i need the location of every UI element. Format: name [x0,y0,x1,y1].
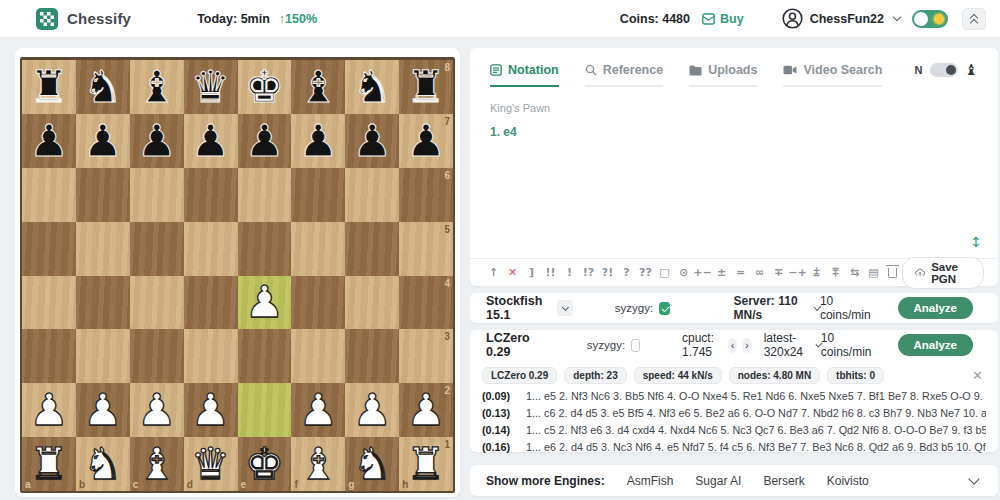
square-h5[interactable]: 5 [399,222,453,276]
square-f8[interactable]: ♝ [291,60,345,114]
square-f4[interactable] [291,276,345,330]
engine-berserk[interactable]: Berserk [763,474,804,488]
letter-notation-label: N [915,64,923,76]
square-g1[interactable]: ♞g [345,437,399,491]
square-g8[interactable]: ♞ [345,60,399,114]
expand-engines-chevron-icon[interactable] [968,473,979,484]
file-label: a [25,479,31,490]
square-a6[interactable] [22,168,76,222]
file-label: d [187,479,193,490]
black-pawn: ♟ [299,119,338,163]
page: Chessify Today: 5min ↑150% Coins: 4480 B… [0,0,1000,500]
square-f5[interactable] [291,222,345,276]
user-menu-chevron-icon[interactable] [893,13,901,21]
rank-label: 5 [444,224,450,235]
theme-toggle[interactable] [912,10,948,28]
line-moves: 1... e6 2. d4 d5 3. Nc3 Nf6 4. e5 Nfd7 5… [526,439,986,456]
file-label: c [133,479,139,490]
square-b4[interactable] [76,276,130,330]
chess-board: ♜♞♝♛♚♝♞♜8♟♟♟♟♟♟♟♟765♟43♟♟♟♟♟♟♟2♜a♞b♝c♛d♚… [20,57,455,493]
square-h8[interactable]: ♜8 [399,60,453,114]
engine-sugar-ai[interactable]: Sugar AI [695,474,741,488]
status-chip: speed: 44 kN/s [634,367,722,384]
square-c7[interactable]: ♟ [130,114,184,168]
square-d4[interactable] [184,276,238,330]
square-b8[interactable]: ♞ [76,60,130,114]
only-move-icon[interactable]: □ [655,259,674,287]
engine-lines: (0.09)1... e5 2. Nf3 Nc6 3. Bb5 Nf6 4. O… [470,387,998,460]
square-d1[interactable]: ♛d [184,437,238,491]
black-bishop: ♝ [137,65,176,109]
diagram-icon[interactable]: ▤ [864,259,883,287]
unclear-icon[interactable]: ∞ [750,259,769,287]
black-pawn: ♟ [191,119,230,163]
toggle-knob [914,12,928,26]
counterplay-icon[interactable]: ⇆ [845,259,864,287]
annotation-icons: ↑✕]!!!!??!???□⊙+−±=∞∓−+⩲⩱⇆▤ [484,259,902,287]
square-c5[interactable] [130,222,184,276]
server-speed-label: Server: 110 MN/s [734,294,808,322]
tab-label: Notation [508,63,559,77]
video-camera-icon [783,65,797,75]
white-queen: ♛ [191,442,230,486]
move-list[interactable]: 1. e4 [490,125,978,139]
bracket-icon[interactable]: ] [522,259,541,287]
notation-icon [490,64,502,76]
square-d3[interactable] [184,329,238,383]
black-knight: ♞ [83,65,122,109]
today-usage: Today: 5min [197,12,270,26]
square-a8[interactable]: ♜ [22,60,76,114]
toggle-knob [946,65,956,75]
square-h7[interactable]: ♟7 [399,114,453,168]
black-pawn: ♟ [29,119,68,163]
square-b7[interactable]: ♟ [76,114,130,168]
square-e5[interactable] [238,222,292,276]
square-b6[interactable] [76,168,130,222]
save-pgn-button[interactable]: Save PGN [902,257,984,289]
black-pawn: ♟ [352,119,391,163]
tab-bar: Notation Reference Uploads [470,48,998,87]
square-g6[interactable] [345,168,399,222]
engine-line[interactable]: (0.14)1... c5 2. Nf3 e6 3. d4 cxd4 4. Nx… [482,422,986,439]
square-g5[interactable] [345,222,399,276]
resize-panel-handle[interactable]: ↕ [970,234,982,250]
cloud-upload-icon [915,267,925,278]
engine-price: 10 coins/min [821,331,872,359]
cpuct-value: cpuct: 1.745 [682,331,723,359]
white-pawn: ♟ [352,388,391,432]
figurine-toggle-group: N ♝ [915,61,978,87]
mistake-icon[interactable]: ? [617,259,636,287]
top-bar: Chessify Today: 5min ↑150% Coins: 4480 B… [0,0,1000,38]
square-c3[interactable] [130,329,184,383]
square-h2[interactable]: ♟2 [399,383,453,437]
square-b1[interactable]: ♞b [76,437,130,491]
file-label: g [348,479,354,490]
white-pawn: ♟ [191,388,230,432]
syzygy-checkbox[interactable] [631,339,640,352]
syzygy-label: syzygy: [615,302,653,314]
save-pgn-label: Save PGN [931,261,971,285]
analyze-button[interactable]: Analyze [898,334,973,356]
square-f2[interactable]: ♟ [291,383,345,437]
black-bishop: ♝ [299,65,338,109]
white-rook: ♜ [406,442,445,486]
file-label: b [79,479,85,490]
square-f7[interactable]: ♟ [291,114,345,168]
white-bishop: ♝ [137,442,176,486]
syzygy-checkbox[interactable] [659,302,669,315]
rank-label: 7 [444,116,450,127]
black-better-icon[interactable]: ∓ [769,259,788,287]
line-moves: 1... c5 2. Nf3 e6 3. d4 cxd4 4. Nxd4 Nc6… [526,422,986,439]
white-knight: ♞ [83,442,122,486]
rank-label: 6 [444,170,450,181]
equal-icon[interactable]: = [731,259,750,287]
collapse-header-button[interactable] [962,8,986,30]
square-h6[interactable]: 6 [399,168,453,222]
square-e3[interactable] [238,329,292,383]
lczero-engine-row: LCZero 0.29 syzygy: cpuct: 1.745 ‹ › lat… [470,330,998,360]
engine-price: 10 coins/min [820,294,872,322]
square-a1[interactable]: ♜a [22,437,76,491]
line-moves: 1... e5 2. Nf3 Nc6 3. Bb5 Nf6 4. O-O Nxe… [526,388,986,405]
square-g7[interactable]: ♟ [345,114,399,168]
engine-line[interactable]: (0.13)1... c6 2. d4 d5 3. e5 Bf5 4. Nf3 … [482,405,986,422]
show-more-engines-label: Show more Engines: [486,474,605,488]
engine-status-row: LCZero 0.29depth: 23speed: 44 kN/snodes:… [470,360,998,387]
lczero-engine-panel: LCZero 0.29 syzygy: cpuct: 1.745 ‹ › lat… [470,330,998,452]
square-e8[interactable]: ♚ [238,60,292,114]
square-d7[interactable]: ♟ [184,114,238,168]
cpuct-increase-button[interactable]: › [742,338,751,353]
black-rook: ♜ [406,65,445,109]
figurine-piece-icon: ♝ [965,61,978,79]
square-e7[interactable]: ♟ [238,114,292,168]
square-g3[interactable] [345,329,399,383]
figurine-notation-toggle[interactable] [930,63,958,77]
engine-asmfish[interactable]: AsmFish [627,474,674,488]
black-pawn: ♟ [137,119,176,163]
status-chip: nodes: 4.80 MN [729,367,820,384]
engine-line[interactable]: (0.16)1... e6 2. d4 d5 3. Nc3 Nf6 4. e5 … [482,439,986,456]
close-output-icon[interactable]: ✕ [969,368,986,383]
white-rook: ♜ [29,442,68,486]
square-d8[interactable]: ♛ [184,60,238,114]
tab-video-search[interactable]: Video Search [783,63,882,87]
engine-select-dropdown[interactable] [557,300,572,316]
coins-balance: Coins: 4480 [620,12,690,26]
white-pawn: ♟ [245,280,284,324]
rank-label: 2 [444,385,450,396]
square-a5[interactable] [22,222,76,276]
white-pawn: ♟ [29,388,68,432]
blunder-icon[interactable]: ?? [636,259,655,287]
tab-uploads[interactable]: Uploads [689,63,757,87]
buy-coins-button[interactable]: Buy [702,12,744,26]
white-slightly-better-icon[interactable]: ⩲ [807,259,826,287]
today-usage-change: ↑150% [279,12,317,26]
white-king: ♚ [245,442,284,486]
white-pawn: ♟ [299,388,338,432]
black-pawn: ♟ [83,119,122,163]
engine-line[interactable]: (0.09)1... e5 2. Nf3 Nc6 3. Bb5 Nf6 4. O… [482,388,986,405]
square-f3[interactable] [291,329,345,383]
engine-koivisto[interactable]: Koivisto [827,474,869,488]
square-d6[interactable] [184,168,238,222]
square-e1[interactable]: ♚e [238,437,292,491]
line-eval: (0.14) [482,422,526,439]
analyze-button[interactable]: Analyze [898,297,973,319]
opening-name: King's Pawn [490,102,978,114]
black-pawn: ♟ [406,119,445,163]
file-label: e [241,479,247,490]
square-h4[interactable]: 4 [399,276,453,330]
square-a7[interactable]: ♟ [22,114,76,168]
black-slightly-better-icon[interactable]: ⩱ [826,259,845,287]
square-h1[interactable]: ♜h1 [399,437,453,491]
black-queen: ♛ [191,65,230,109]
square-e2[interactable] [238,383,292,437]
line-moves: 1... c6 2. d4 d5 3. e5 Bf5 4. Nf3 e6 5. … [526,405,986,422]
buy-label: Buy [720,12,744,26]
line-eval: (0.16) [482,439,526,456]
tab-label: Reference [603,63,663,77]
more-engines-panel: Show more Engines: AsmFish Sugar AI Bers… [470,465,998,496]
square-c2[interactable]: ♟ [130,383,184,437]
tab-reference[interactable]: Reference [585,63,663,87]
dubious-move-icon[interactable]: ?! [598,259,617,287]
rank-label: 8 [444,62,450,73]
tab-label: Uploads [708,63,757,77]
username[interactable]: ChessFun22 [810,12,884,26]
square-c1[interactable]: ♝c [130,437,184,491]
annotation-toolbar: ↑✕]!!!!??!???□⊙+−±=∞∓−+⩲⩱⇆▤ Save PGN [470,258,998,286]
square-c8[interactable]: ♝ [130,60,184,114]
square-f1[interactable]: ♝f [291,437,345,491]
rank-label: 1 [444,439,450,450]
white-bishop: ♝ [299,442,338,486]
zugzwang-icon[interactable]: ⊙ [674,259,693,287]
notation-panel: Notation Reference Uploads [470,48,998,286]
brand-name[interactable]: Chessify [67,10,131,27]
square-c6[interactable] [130,168,184,222]
white-pawn: ♟ [137,388,176,432]
black-winning-icon[interactable]: −+ [788,259,807,287]
white-better-icon[interactable]: ± [712,259,731,287]
interesting-move-icon[interactable]: !? [579,259,598,287]
file-label: h [402,479,408,490]
white-knight: ♞ [352,442,391,486]
square-a3[interactable] [22,329,76,383]
arrow-up-icon[interactable]: ↑ [484,259,503,287]
white-pawn: ♟ [83,388,122,432]
square-b2[interactable]: ♟ [76,383,130,437]
user-avatar-icon[interactable] [782,8,803,29]
rank-label: 4 [444,278,450,289]
status-chip: tbhits: 0 [827,367,884,384]
tab-notation[interactable]: Notation [490,63,559,87]
good-move-icon[interactable]: ! [560,259,579,287]
square-a2[interactable]: ♟ [22,383,76,437]
black-knight: ♞ [352,65,391,109]
file-label: f [294,479,297,490]
black-pawn: ♟ [245,119,284,163]
white-winning-icon[interactable]: +− [693,259,712,287]
folder-icon [689,65,702,76]
trash-icon[interactable] [888,268,897,278]
square-b3[interactable] [76,329,130,383]
engine-name: Stockfish 15.1 [486,294,550,322]
square-a4[interactable] [22,276,76,330]
search-icon [585,64,597,76]
black-king: ♚ [245,65,284,109]
square-d5[interactable] [184,222,238,276]
white-pawn: ♟ [406,388,445,432]
line-eval: (0.09) [482,388,526,405]
brilliant-move-icon[interactable]: !! [541,259,560,287]
engine-status-chips: LCZero 0.29depth: 23speed: 44 kN/snodes:… [482,367,884,384]
square-b5[interactable] [76,222,130,276]
board-panel: ♜♞♝♛♚♝♞♜8♟♟♟♟♟♟♟♟765♟43♟♟♟♟♟♟♟2♜a♞b♝c♛d♚… [15,48,460,497]
square-h3[interactable]: 3 [399,329,453,383]
line-eval: (0.13) [482,405,526,422]
engine-name: LCZero 0.29 [486,331,531,359]
square-c4[interactable] [130,276,184,330]
stockfish-engine-row: Stockfish 15.1 syzygy: Server: 110 MN/s … [470,293,998,323]
syzygy-label: syzygy: [587,339,625,351]
cpuct-decrease-button[interactable]: ‹ [728,338,737,353]
delete-move-icon[interactable]: ✕ [503,259,522,287]
square-f6[interactable] [291,168,345,222]
square-g2[interactable]: ♟ [345,383,399,437]
black-rook: ♜ [29,65,68,109]
square-e6[interactable] [238,168,292,222]
square-g4[interactable] [345,276,399,330]
status-chip: depth: 23 [564,367,626,384]
sun-icon [934,14,944,24]
square-d2[interactable]: ♟ [184,383,238,437]
network-name: latest-320x24 [764,331,809,359]
square-e4[interactable]: ♟ [238,276,292,330]
status-chip: LCZero 0.29 [482,367,557,384]
rank-label: 3 [444,331,450,342]
chessify-logo-icon[interactable] [36,8,58,30]
tab-label: Video Search [803,63,882,77]
buy-icon [702,13,715,25]
